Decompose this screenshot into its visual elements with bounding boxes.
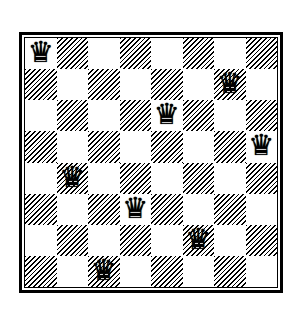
square-c8[interactable] bbox=[88, 38, 120, 69]
square-a4[interactable] bbox=[25, 163, 57, 194]
black-queen-piece[interactable]: ♛ bbox=[154, 100, 180, 129]
square-e3[interactable] bbox=[151, 194, 183, 225]
square-b4[interactable]: ♛ bbox=[57, 163, 89, 194]
black-queen-piece[interactable]: ♛ bbox=[91, 256, 117, 285]
square-f3[interactable] bbox=[183, 194, 215, 225]
square-d7[interactable] bbox=[120, 69, 152, 100]
square-e6[interactable]: ♛ bbox=[151, 100, 183, 131]
square-f8[interactable] bbox=[183, 38, 215, 69]
square-h5[interactable]: ♛ bbox=[246, 131, 278, 162]
square-c3[interactable] bbox=[88, 194, 120, 225]
square-c4[interactable] bbox=[88, 163, 120, 194]
square-f6[interactable] bbox=[183, 100, 215, 131]
square-d8[interactable] bbox=[120, 38, 152, 69]
square-e8[interactable] bbox=[151, 38, 183, 69]
square-c6[interactable] bbox=[88, 100, 120, 131]
black-queen-piece[interactable]: ♛ bbox=[122, 194, 148, 223]
square-d5[interactable] bbox=[120, 131, 152, 162]
square-a6[interactable] bbox=[25, 100, 57, 131]
square-a3[interactable] bbox=[25, 194, 57, 225]
black-queen-piece[interactable]: ♛ bbox=[28, 38, 54, 67]
square-d3[interactable]: ♛ bbox=[120, 194, 152, 225]
square-f7[interactable] bbox=[183, 69, 215, 100]
square-d2[interactable] bbox=[120, 225, 152, 256]
square-g1[interactable] bbox=[214, 256, 246, 287]
square-a1[interactable] bbox=[25, 256, 57, 287]
square-g5[interactable] bbox=[214, 131, 246, 162]
square-e4[interactable] bbox=[151, 163, 183, 194]
square-a8[interactable]: ♛ bbox=[25, 38, 57, 69]
square-g8[interactable] bbox=[214, 38, 246, 69]
square-h3[interactable] bbox=[246, 194, 278, 225]
square-b5[interactable] bbox=[57, 131, 89, 162]
square-b7[interactable] bbox=[57, 69, 89, 100]
chess-board: ♛♛♛♛♛♛♛♛ bbox=[25, 38, 277, 287]
square-h2[interactable] bbox=[246, 225, 278, 256]
square-h1[interactable] bbox=[246, 256, 278, 287]
square-g4[interactable] bbox=[214, 163, 246, 194]
square-h8[interactable] bbox=[246, 38, 278, 69]
square-g2[interactable] bbox=[214, 225, 246, 256]
square-g6[interactable] bbox=[214, 100, 246, 131]
square-c1[interactable]: ♛ bbox=[88, 256, 120, 287]
square-b6[interactable] bbox=[57, 100, 89, 131]
square-g7[interactable]: ♛ bbox=[214, 69, 246, 100]
square-d1[interactable] bbox=[120, 256, 152, 287]
square-d6[interactable] bbox=[120, 100, 152, 131]
square-c2[interactable] bbox=[88, 225, 120, 256]
square-c5[interactable] bbox=[88, 131, 120, 162]
square-f2[interactable]: ♛ bbox=[183, 225, 215, 256]
black-queen-piece[interactable]: ♛ bbox=[248, 131, 274, 160]
square-h7[interactable] bbox=[246, 69, 278, 100]
square-c7[interactable] bbox=[88, 69, 120, 100]
square-f4[interactable] bbox=[183, 163, 215, 194]
square-b2[interactable] bbox=[57, 225, 89, 256]
square-a5[interactable] bbox=[25, 131, 57, 162]
square-e1[interactable] bbox=[151, 256, 183, 287]
black-queen-piece[interactable]: ♛ bbox=[185, 225, 211, 254]
chess-board-frame: ♛♛♛♛♛♛♛♛ bbox=[19, 32, 283, 293]
square-f1[interactable] bbox=[183, 256, 215, 287]
square-a7[interactable] bbox=[25, 69, 57, 100]
square-e7[interactable] bbox=[151, 69, 183, 100]
black-queen-piece[interactable]: ♛ bbox=[59, 163, 85, 192]
black-queen-piece[interactable]: ♛ bbox=[217, 69, 243, 98]
square-a2[interactable] bbox=[25, 225, 57, 256]
square-b3[interactable] bbox=[57, 194, 89, 225]
square-b8[interactable] bbox=[57, 38, 89, 69]
square-d4[interactable] bbox=[120, 163, 152, 194]
square-h6[interactable] bbox=[246, 100, 278, 131]
square-f5[interactable] bbox=[183, 131, 215, 162]
square-g3[interactable] bbox=[214, 194, 246, 225]
square-e5[interactable] bbox=[151, 131, 183, 162]
square-b1[interactable] bbox=[57, 256, 89, 287]
chess-diagram-page: ♛♛♛♛♛♛♛♛ bbox=[0, 0, 300, 316]
square-h4[interactable] bbox=[246, 163, 278, 194]
chess-board-inner-border: ♛♛♛♛♛♛♛♛ bbox=[24, 37, 278, 288]
square-e2[interactable] bbox=[151, 225, 183, 256]
